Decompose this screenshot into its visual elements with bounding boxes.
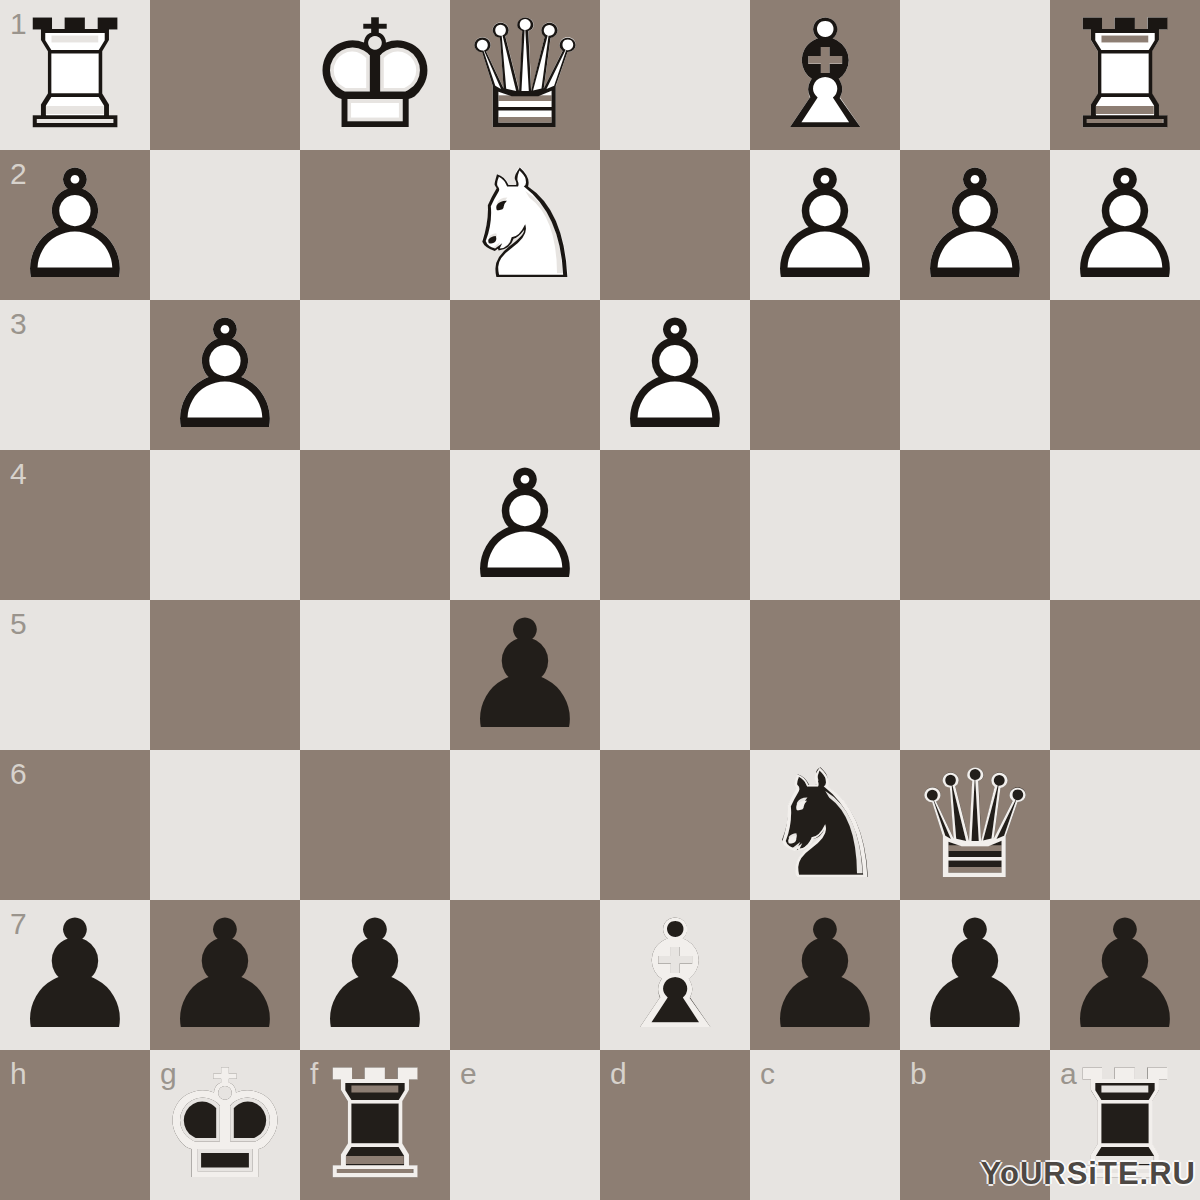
black-bishop: ♝♗ bbox=[600, 900, 750, 1050]
square-d3[interactable]: ♟♙ bbox=[600, 300, 750, 450]
black-queen: ♛♕ bbox=[900, 750, 1050, 900]
black-pawn: ♟ bbox=[900, 900, 1050, 1050]
black-pawn: ♟ bbox=[300, 900, 450, 1050]
square-d5[interactable] bbox=[600, 600, 750, 750]
square-c8[interactable]: c bbox=[750, 1050, 900, 1200]
rank-label-6: 6 bbox=[10, 759, 27, 789]
square-f1[interactable]: ♚♔ bbox=[300, 0, 450, 150]
square-h8[interactable]: h bbox=[0, 1050, 150, 1200]
square-b2[interactable]: ♟♙ bbox=[900, 150, 1050, 300]
square-b7[interactable]: ♟ bbox=[900, 900, 1050, 1050]
file-label-d: d bbox=[610, 1059, 627, 1089]
square-g5[interactable] bbox=[150, 600, 300, 750]
square-c1[interactable]: ♝♗ bbox=[750, 0, 900, 150]
square-b1[interactable] bbox=[900, 0, 1050, 150]
white-pawn: ♟♙ bbox=[1050, 150, 1200, 300]
square-h5[interactable]: 5 bbox=[0, 600, 150, 750]
black-pawn: ♟ bbox=[750, 900, 900, 1050]
square-a4[interactable] bbox=[1050, 450, 1200, 600]
square-e4[interactable]: ♟♙ bbox=[450, 450, 600, 600]
chess-board: 1♜♖♚♔♛♕♝♗♜♖2♟♙♞♘♟♙♟♙♟♙3♟♙♟♙4♟♙5♟6♞♘♛♕7♟♟… bbox=[0, 0, 1200, 1200]
rank-label-5: 5 bbox=[10, 609, 27, 639]
white-rook: ♜♖ bbox=[1050, 0, 1200, 150]
white-king: ♚♔ bbox=[300, 0, 450, 150]
file-label-c: c bbox=[760, 1059, 775, 1089]
black-pawn: ♟ bbox=[0, 900, 150, 1050]
square-e8[interactable]: e bbox=[450, 1050, 600, 1200]
file-label-h: h bbox=[10, 1059, 27, 1089]
square-a7[interactable]: ♟ bbox=[1050, 900, 1200, 1050]
black-knight: ♞♘ bbox=[750, 750, 900, 900]
square-c5[interactable] bbox=[750, 600, 900, 750]
square-b5[interactable] bbox=[900, 600, 1050, 750]
square-d8[interactable]: d bbox=[600, 1050, 750, 1200]
white-pawn: ♟♙ bbox=[450, 450, 600, 600]
square-c6[interactable]: ♞♘ bbox=[750, 750, 900, 900]
white-pawn: ♟♙ bbox=[0, 150, 150, 300]
square-b4[interactable] bbox=[900, 450, 1050, 600]
square-d4[interactable] bbox=[600, 450, 750, 600]
square-h7[interactable]: 7♟ bbox=[0, 900, 150, 1050]
square-g1[interactable] bbox=[150, 0, 300, 150]
square-f6[interactable] bbox=[300, 750, 450, 900]
square-c4[interactable] bbox=[750, 450, 900, 600]
rank-label-3: 3 bbox=[10, 309, 27, 339]
square-g7[interactable]: ♟ bbox=[150, 900, 300, 1050]
white-pawn: ♟♙ bbox=[600, 300, 750, 450]
square-f5[interactable] bbox=[300, 600, 450, 750]
watermark: YoURSiTE.RU bbox=[981, 1156, 1196, 1192]
square-h2[interactable]: 2♟♙ bbox=[0, 150, 150, 300]
square-d6[interactable] bbox=[600, 750, 750, 900]
square-g3[interactable]: ♟♙ bbox=[150, 300, 300, 450]
square-g6[interactable] bbox=[150, 750, 300, 900]
black-pawn: ♟ bbox=[150, 900, 300, 1050]
square-g8[interactable]: g♚♔ bbox=[150, 1050, 300, 1200]
black-pawn: ♟ bbox=[450, 600, 600, 750]
square-f4[interactable] bbox=[300, 450, 450, 600]
square-d2[interactable] bbox=[600, 150, 750, 300]
square-e7[interactable] bbox=[450, 900, 600, 1050]
square-h6[interactable]: 6 bbox=[0, 750, 150, 900]
square-e3[interactable] bbox=[450, 300, 600, 450]
white-rook: ♜♖ bbox=[0, 0, 150, 150]
square-f8[interactable]: f♜♖ bbox=[300, 1050, 450, 1200]
square-f7[interactable]: ♟ bbox=[300, 900, 450, 1050]
square-f2[interactable] bbox=[300, 150, 450, 300]
file-label-e: e bbox=[460, 1059, 477, 1089]
square-d7[interactable]: ♝♗ bbox=[600, 900, 750, 1050]
square-c2[interactable]: ♟♙ bbox=[750, 150, 900, 300]
square-b6[interactable]: ♛♕ bbox=[900, 750, 1050, 900]
square-g4[interactable] bbox=[150, 450, 300, 600]
square-a6[interactable] bbox=[1050, 750, 1200, 900]
square-e6[interactable] bbox=[450, 750, 600, 900]
white-knight: ♞♘ bbox=[450, 150, 600, 300]
square-c7[interactable]: ♟ bbox=[750, 900, 900, 1050]
rank-label-4: 4 bbox=[10, 459, 27, 489]
square-f3[interactable] bbox=[300, 300, 450, 450]
square-e2[interactable]: ♞♘ bbox=[450, 150, 600, 300]
square-g2[interactable] bbox=[150, 150, 300, 300]
black-pawn: ♟ bbox=[1050, 900, 1200, 1050]
white-pawn: ♟♙ bbox=[750, 150, 900, 300]
square-b3[interactable] bbox=[900, 300, 1050, 450]
square-a5[interactable] bbox=[1050, 600, 1200, 750]
square-a1[interactable]: ♜♖ bbox=[1050, 0, 1200, 150]
file-label-b: b bbox=[910, 1059, 927, 1089]
square-e5[interactable]: ♟ bbox=[450, 600, 600, 750]
black-rook: ♜♖ bbox=[300, 1050, 450, 1200]
white-pawn: ♟♙ bbox=[900, 150, 1050, 300]
square-h3[interactable]: 3 bbox=[0, 300, 150, 450]
white-queen: ♛♕ bbox=[450, 0, 600, 150]
square-a2[interactable]: ♟♙ bbox=[1050, 150, 1200, 300]
black-king: ♚♔ bbox=[150, 1050, 300, 1200]
square-d1[interactable] bbox=[600, 0, 750, 150]
square-h4[interactable]: 4 bbox=[0, 450, 150, 600]
white-bishop: ♝♗ bbox=[750, 0, 900, 150]
square-a3[interactable] bbox=[1050, 300, 1200, 450]
square-h1[interactable]: 1♜♖ bbox=[0, 0, 150, 150]
square-e1[interactable]: ♛♕ bbox=[450, 0, 600, 150]
square-c3[interactable] bbox=[750, 300, 900, 450]
white-pawn: ♟♙ bbox=[150, 300, 300, 450]
